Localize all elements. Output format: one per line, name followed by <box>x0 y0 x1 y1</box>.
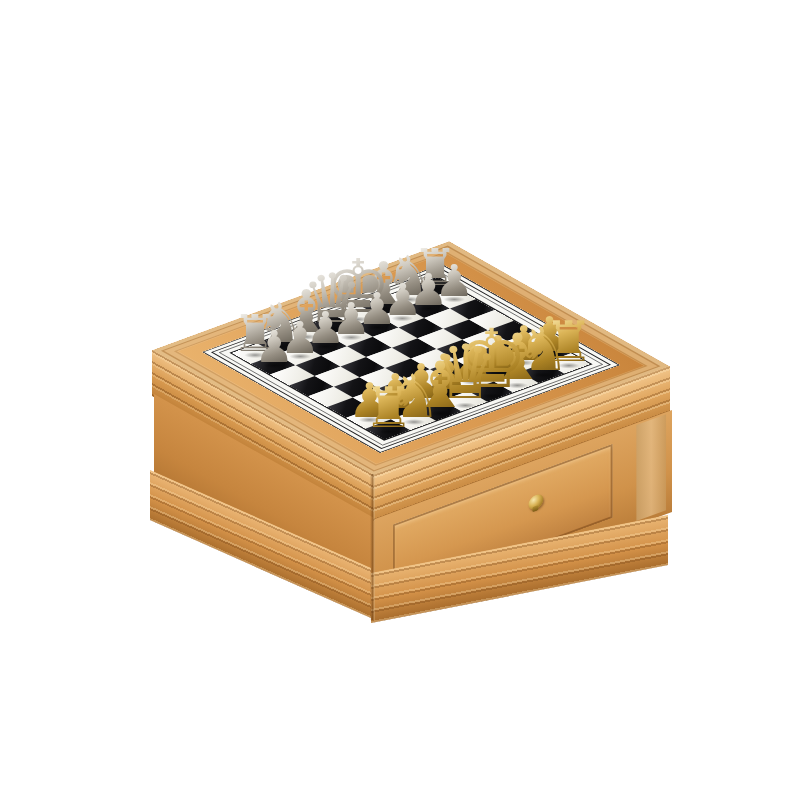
box-corner-stile <box>636 414 666 521</box>
chess-set-photo: ♜♞♝♛♚♝♞♜♟♟♟♟♟♟♟♟♟♟♟♟♟♟♟♟♜♞♝♛♚♝♞♜ <box>0 0 800 800</box>
box-front-corner-edge <box>370 474 375 620</box>
